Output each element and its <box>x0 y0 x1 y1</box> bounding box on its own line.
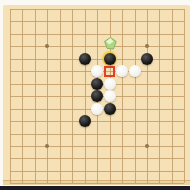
white-stone <box>91 103 103 115</box>
grid-line-horizontal <box>10 121 184 122</box>
black-stone <box>104 53 116 65</box>
red-square-marker <box>104 66 115 77</box>
white-stone <box>104 78 116 90</box>
grid-line-vertical <box>172 9 173 183</box>
white-stone <box>116 65 128 77</box>
grid-line-vertical <box>147 9 148 183</box>
black-stone <box>91 78 103 90</box>
white-stone <box>129 65 141 77</box>
grid-line-horizontal <box>10 158 184 159</box>
black-stone <box>141 53 153 65</box>
black-stone <box>79 53 91 65</box>
page-background <box>0 0 190 190</box>
grid-line-horizontal <box>10 134 184 135</box>
black-stone <box>104 103 116 115</box>
grid-line-vertical <box>184 9 185 183</box>
star-point <box>145 44 149 48</box>
grid-line-horizontal <box>10 146 184 147</box>
gomoku-board[interactable] <box>3 5 190 186</box>
black-stone <box>91 90 103 102</box>
star-point <box>45 144 49 148</box>
placement-cursor-gem-icon <box>104 35 117 54</box>
white-stone <box>104 90 116 102</box>
black-stone <box>79 115 91 127</box>
star-point <box>145 144 149 148</box>
grid-line-horizontal <box>10 171 184 172</box>
grid-line-vertical <box>159 9 160 183</box>
grid-line-vertical <box>135 9 136 183</box>
grid-line-horizontal <box>10 183 184 184</box>
white-stone <box>91 65 103 77</box>
grid-line-vertical <box>122 9 123 183</box>
bottom-bar <box>0 186 190 190</box>
star-point <box>45 44 49 48</box>
